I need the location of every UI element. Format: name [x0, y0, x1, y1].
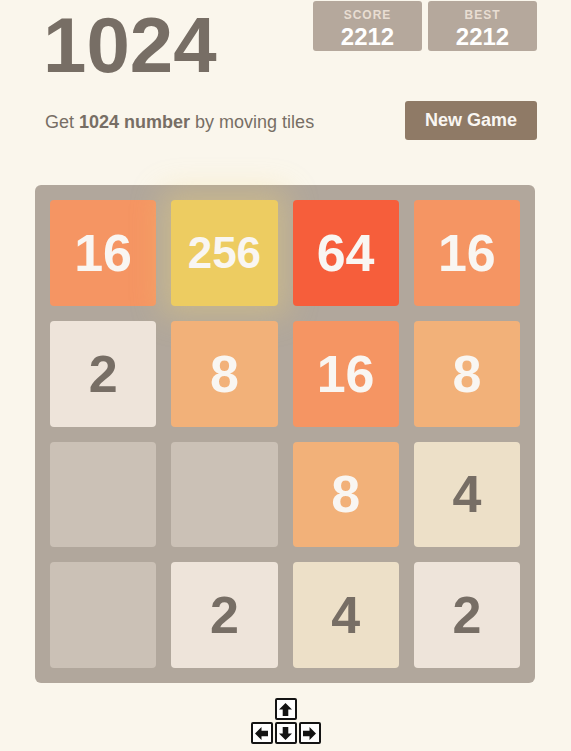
- arrow-right-key[interactable]: [299, 722, 321, 744]
- tile-8-r2c2: 8: [171, 321, 277, 427]
- best-value: 2212: [440, 23, 525, 51]
- best-label: BEST: [440, 8, 525, 22]
- new-game-button[interactable]: New Game: [405, 101, 537, 140]
- best-box: BEST 2212: [428, 1, 537, 51]
- tile-2-r4c4: 2: [414, 562, 520, 668]
- arrow-down-key[interactable]: [275, 722, 297, 744]
- tile-8-r3c3: 8: [293, 442, 399, 548]
- down-arrow-icon: [279, 727, 292, 740]
- empty-cell-r3c2: [171, 442, 277, 548]
- page-title: 1024: [43, 6, 217, 84]
- score-box: SCORE 2212: [313, 1, 422, 51]
- tile-64-r1c3: 64: [293, 200, 399, 306]
- up-arrow-icon: [279, 703, 292, 716]
- instructions-prefix: Get: [45, 112, 79, 132]
- empty-cell-r4c1: [50, 562, 156, 668]
- instructions-text: Get 1024 number by moving tiles: [45, 112, 314, 133]
- left-arrow-icon: [255, 727, 268, 740]
- tile-4-r3c4: 4: [414, 442, 520, 548]
- tile-2-r4c2: 2: [171, 562, 277, 668]
- arrow-up-key[interactable]: [275, 698, 297, 720]
- board: 1625664162816884242: [35, 185, 535, 683]
- tile-16-r1c4: 16: [414, 200, 520, 306]
- tile-256-r1c2: 256: [171, 200, 277, 306]
- tile-16-r1c1: 16: [50, 200, 156, 306]
- right-arrow-icon: [303, 727, 316, 740]
- tile-2-r2c1: 2: [50, 321, 156, 427]
- empty-cell-r3c1: [50, 442, 156, 548]
- game-page: 1024 SCORE 2212 BEST 2212 Get 1024 numbe…: [0, 0, 571, 751]
- arrow-left-key[interactable]: [251, 722, 273, 744]
- instructions-suffix: by moving tiles: [190, 112, 314, 132]
- instructions-goal: 1024 number: [79, 112, 190, 132]
- arrow-keys: [251, 698, 321, 744]
- score-label: SCORE: [325, 8, 410, 22]
- tile-8-r2c4: 8: [414, 321, 520, 427]
- tile-16-r2c3: 16: [293, 321, 399, 427]
- score-value: 2212: [325, 23, 410, 51]
- tile-4-r4c3: 4: [293, 562, 399, 668]
- score-panel: SCORE 2212 BEST 2212: [313, 1, 537, 51]
